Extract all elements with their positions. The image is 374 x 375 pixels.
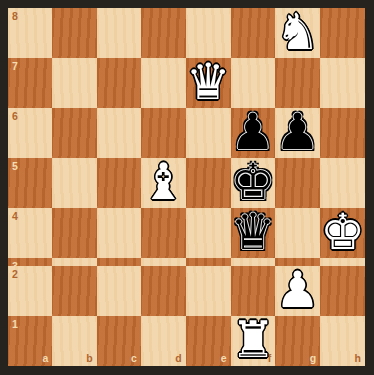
square-g4[interactable] [275,208,320,258]
square-a8[interactable]: 8 [8,8,52,58]
square-h7[interactable] [320,58,365,108]
square-d1[interactable]: d [141,316,186,366]
square-h8[interactable] [320,8,365,58]
file-label-d: d [175,353,181,364]
square-f4[interactable]: ♛ [231,208,276,258]
square-h2[interactable] [320,266,365,316]
square-d6[interactable] [141,108,186,158]
rank-label-1: 1 [12,319,18,330]
square-e8[interactable] [186,8,231,58]
square-c3[interactable] [97,258,141,266]
square-a4[interactable]: 4 [8,208,52,258]
square-h6[interactable] [320,108,365,158]
square-h5[interactable] [320,158,365,208]
square-f6[interactable]: ♟ [231,108,276,158]
piece-white-king[interactable]: ♚ [320,207,365,257]
square-b2[interactable] [52,266,96,316]
square-b4[interactable] [52,208,96,258]
square-c1[interactable]: c [97,316,141,366]
board-frame: 8♞7♛6♟♟5♝♚4♛♚32♟1abcdef♜gh [0,0,374,375]
square-a5[interactable]: 5 [8,158,52,208]
square-c2[interactable] [97,266,141,316]
square-e3[interactable] [186,258,231,266]
piece-white-queen[interactable]: ♛ [186,57,231,107]
square-b3[interactable] [52,258,96,266]
square-g8[interactable]: ♞ [275,8,320,58]
piece-white-rook[interactable]: ♜ [231,315,276,365]
file-label-b: b [86,353,92,364]
square-b1[interactable]: b [52,316,96,366]
square-d4[interactable] [141,208,186,258]
file-label-c: c [131,353,137,364]
square-a7[interactable]: 7 [8,58,52,108]
square-e7[interactable]: ♛ [186,58,231,108]
file-label-g: g [310,353,316,364]
square-b7[interactable] [52,58,96,108]
piece-white-bishop[interactable]: ♝ [141,157,186,207]
square-b8[interactable] [52,8,96,58]
square-d2[interactable] [141,266,186,316]
square-d8[interactable] [141,8,186,58]
square-f7[interactable] [231,58,276,108]
rank-label-7: 7 [12,61,18,72]
square-b5[interactable] [52,158,96,208]
square-f1[interactable]: f♜ [231,316,276,366]
square-g6[interactable]: ♟ [275,108,320,158]
square-a3[interactable]: 3 [8,258,52,266]
piece-black-queen[interactable]: ♛ [231,207,276,257]
square-g1[interactable]: g [275,316,320,366]
piece-black-king[interactable]: ♚ [231,157,276,207]
square-b6[interactable] [52,108,96,158]
rank-label-4: 4 [12,211,18,222]
square-e5[interactable] [186,158,231,208]
square-g5[interactable] [275,158,320,208]
square-a1[interactable]: 1a [8,316,52,366]
rank-label-6: 6 [12,111,18,122]
rank-label-8: 8 [12,11,18,22]
square-c7[interactable] [97,58,141,108]
square-g7[interactable] [275,58,320,108]
square-h1[interactable]: h [320,316,365,366]
square-f5[interactable]: ♚ [231,158,276,208]
square-e2[interactable] [186,266,231,316]
square-d7[interactable] [141,58,186,108]
square-c8[interactable] [97,8,141,58]
piece-white-pawn[interactable]: ♟ [275,265,320,315]
file-label-h: h [355,353,361,364]
square-d5[interactable]: ♝ [141,158,186,208]
rank-label-2: 2 [12,269,18,280]
square-c5[interactable] [97,158,141,208]
piece-black-pawn[interactable]: ♟ [231,107,276,157]
square-f2[interactable] [231,266,276,316]
square-a6[interactable]: 6 [8,108,52,158]
square-e6[interactable] [186,108,231,158]
square-f8[interactable] [231,8,276,58]
square-e4[interactable] [186,208,231,258]
square-d3[interactable] [141,258,186,266]
square-a2[interactable]: 2 [8,266,52,316]
square-c4[interactable] [97,208,141,258]
square-c6[interactable] [97,108,141,158]
square-e1[interactable]: e [186,316,231,366]
rank-label-5: 5 [12,161,18,172]
piece-black-pawn[interactable]: ♟ [275,107,320,157]
piece-white-knight[interactable]: ♞ [275,7,320,57]
file-label-a: a [42,353,48,364]
square-g2[interactable]: ♟ [275,266,320,316]
chess-board: 8♞7♛6♟♟5♝♚4♛♚32♟1abcdef♜gh [8,8,365,366]
file-label-e: e [221,353,227,364]
square-h4[interactable]: ♚ [320,208,365,258]
